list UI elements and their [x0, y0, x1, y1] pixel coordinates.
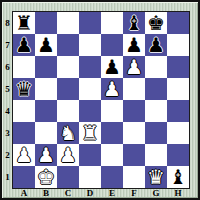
- square-f6[interactable]: ♟: [123, 56, 145, 78]
- square-h2[interactable]: [167, 144, 189, 166]
- white-queen[interactable]: ♛: [145, 166, 167, 188]
- rank-label-3: 3: [3, 122, 12, 144]
- square-b1[interactable]: ♚: [35, 166, 57, 188]
- square-b6[interactable]: [35, 56, 57, 78]
- file-label-d: D: [79, 188, 101, 199]
- black-pawn[interactable]: ♟: [101, 56, 123, 78]
- chess-board: ♜♝♚♟♟♟♟♟♟♛♟♞♜♟♟♟♚♛♝: [12, 11, 190, 189]
- square-e6[interactable]: ♟: [101, 56, 123, 78]
- square-h3[interactable]: [167, 122, 189, 144]
- file-labels: ABCDEFGH: [13, 188, 189, 199]
- black-bishop[interactable]: ♝: [123, 12, 145, 34]
- board-frame: 87654321 ♜♝♚♟♟♟♟♟♟♛♟♞♜♟♟♟♚♛♝ ABCDEFGH: [0, 0, 200, 200]
- square-e7[interactable]: [101, 34, 123, 56]
- square-d2[interactable]: [79, 144, 101, 166]
- black-king[interactable]: ♚: [145, 12, 167, 34]
- square-a3[interactable]: [13, 122, 35, 144]
- square-b2[interactable]: ♟: [35, 144, 57, 166]
- square-a6[interactable]: [13, 56, 35, 78]
- square-e2[interactable]: [101, 144, 123, 166]
- square-d7[interactable]: [79, 34, 101, 56]
- rank-label-2: 2: [3, 144, 12, 166]
- black-pawn[interactable]: ♟: [35, 34, 57, 56]
- square-g1[interactable]: ♛: [145, 166, 167, 188]
- square-f7[interactable]: ♟: [123, 34, 145, 56]
- square-d1[interactable]: [79, 166, 101, 188]
- square-a2[interactable]: ♟: [13, 144, 35, 166]
- square-d6[interactable]: [79, 56, 101, 78]
- square-f8[interactable]: ♝: [123, 12, 145, 34]
- square-c3[interactable]: ♞: [57, 122, 79, 144]
- file-label-c: C: [57, 188, 79, 199]
- square-g6[interactable]: [145, 56, 167, 78]
- file-label-b: B: [35, 188, 57, 199]
- square-g4[interactable]: [145, 100, 167, 122]
- file-label-e: E: [101, 188, 123, 199]
- square-c4[interactable]: [57, 100, 79, 122]
- square-h7[interactable]: [167, 34, 189, 56]
- square-a7[interactable]: ♟: [13, 34, 35, 56]
- square-h1[interactable]: ♝: [167, 166, 189, 188]
- square-b7[interactable]: ♟: [35, 34, 57, 56]
- file-label-g: G: [145, 188, 167, 199]
- square-d4[interactable]: [79, 100, 101, 122]
- square-h4[interactable]: [167, 100, 189, 122]
- square-e3[interactable]: [101, 122, 123, 144]
- square-c2[interactable]: ♟: [57, 144, 79, 166]
- square-c5[interactable]: [57, 78, 79, 100]
- file-label-a: A: [13, 188, 35, 199]
- white-pawn[interactable]: ♟: [123, 56, 145, 78]
- square-d5[interactable]: [79, 78, 101, 100]
- square-g2[interactable]: [145, 144, 167, 166]
- rank-label-6: 6: [3, 56, 12, 78]
- square-b3[interactable]: [35, 122, 57, 144]
- file-label-f: F: [123, 188, 145, 199]
- square-d8[interactable]: [79, 12, 101, 34]
- square-e1[interactable]: [101, 166, 123, 188]
- square-f3[interactable]: [123, 122, 145, 144]
- square-g3[interactable]: [145, 122, 167, 144]
- square-b4[interactable]: [35, 100, 57, 122]
- black-bishop[interactable]: ♝: [167, 166, 189, 188]
- rank-label-1: 1: [3, 166, 12, 188]
- square-h6[interactable]: [167, 56, 189, 78]
- square-c8[interactable]: [57, 12, 79, 34]
- rank-label-8: 8: [3, 12, 12, 34]
- square-h8[interactable]: [167, 12, 189, 34]
- square-c1[interactable]: [57, 166, 79, 188]
- square-c6[interactable]: [57, 56, 79, 78]
- square-e5[interactable]: ♟: [101, 78, 123, 100]
- white-pawn[interactable]: ♟: [101, 78, 123, 100]
- square-e4[interactable]: [101, 100, 123, 122]
- square-g8[interactable]: ♚: [145, 12, 167, 34]
- white-pawn[interactable]: ♟: [13, 144, 35, 166]
- black-queen[interactable]: ♛: [13, 78, 35, 100]
- square-a8[interactable]: ♜: [13, 12, 35, 34]
- square-a4[interactable]: [13, 100, 35, 122]
- black-pawn[interactable]: ♟: [13, 34, 35, 56]
- square-f1[interactable]: [123, 166, 145, 188]
- white-pawn[interactable]: ♟: [35, 144, 57, 166]
- square-f2[interactable]: [123, 144, 145, 166]
- rank-label-7: 7: [3, 34, 12, 56]
- white-knight[interactable]: ♞: [57, 122, 79, 144]
- square-f4[interactable]: [123, 100, 145, 122]
- file-label-h: H: [167, 188, 189, 199]
- square-d3[interactable]: ♜: [79, 122, 101, 144]
- square-f5[interactable]: [123, 78, 145, 100]
- square-b5[interactable]: [35, 78, 57, 100]
- square-a1[interactable]: [13, 166, 35, 188]
- rank-label-4: 4: [3, 100, 12, 122]
- square-h5[interactable]: [167, 78, 189, 100]
- rank-label-5: 5: [3, 78, 12, 100]
- square-e8[interactable]: [101, 12, 123, 34]
- white-king[interactable]: ♚: [35, 166, 57, 188]
- white-rook[interactable]: ♜: [79, 122, 101, 144]
- square-b8[interactable]: [35, 12, 57, 34]
- black-pawn[interactable]: ♟: [145, 34, 167, 56]
- square-c7[interactable]: [57, 34, 79, 56]
- rank-labels: 87654321: [3, 12, 12, 188]
- white-pawn[interactable]: ♟: [57, 144, 79, 166]
- square-g5[interactable]: [145, 78, 167, 100]
- black-pawn[interactable]: ♟: [123, 34, 145, 56]
- black-rook[interactable]: ♜: [13, 12, 35, 34]
- square-g7[interactable]: ♟: [145, 34, 167, 56]
- square-a5[interactable]: ♛: [13, 78, 35, 100]
